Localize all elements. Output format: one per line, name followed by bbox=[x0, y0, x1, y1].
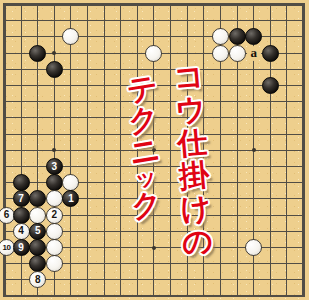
grid-line-vertical bbox=[286, 3, 287, 297]
stone-black-move-1[interactable]: 1 bbox=[62, 190, 79, 207]
stone-white[interactable] bbox=[212, 28, 229, 45]
stone-white[interactable] bbox=[62, 174, 79, 191]
marker-a[interactable]: a bbox=[247, 46, 261, 61]
stone-black[interactable] bbox=[46, 174, 63, 191]
stone-black[interactable] bbox=[229, 28, 246, 45]
stone-white[interactable] bbox=[229, 45, 246, 62]
grid-line-vertical bbox=[203, 3, 204, 297]
go-diagram: 37162451098a コウ仕掛けの テクニック bbox=[0, 0, 309, 300]
go-board[interactable]: 37162451098a bbox=[0, 0, 309, 300]
stone-black[interactable] bbox=[245, 28, 262, 45]
stone-black[interactable] bbox=[262, 45, 279, 62]
stone-white-move-4[interactable]: 4 bbox=[13, 223, 30, 240]
stone-white[interactable] bbox=[29, 207, 46, 224]
stone-black-move-3[interactable]: 3 bbox=[46, 158, 63, 175]
star-point bbox=[52, 148, 56, 152]
stone-white-move-2[interactable]: 2 bbox=[46, 207, 63, 224]
stone-white[interactable] bbox=[212, 45, 229, 62]
star-point bbox=[152, 246, 156, 250]
grid-line-vertical bbox=[170, 3, 171, 297]
stone-white[interactable] bbox=[145, 45, 162, 62]
star-point bbox=[52, 51, 56, 55]
stone-black[interactable] bbox=[29, 239, 46, 256]
stone-black[interactable] bbox=[29, 190, 46, 207]
grid-line-horizontal bbox=[3, 295, 304, 298]
stone-black[interactable] bbox=[46, 61, 63, 78]
stone-white[interactable] bbox=[62, 28, 79, 45]
stone-white[interactable] bbox=[46, 190, 63, 207]
stone-white[interactable] bbox=[245, 239, 262, 256]
stone-white[interactable] bbox=[46, 223, 63, 240]
stone-black-move-9[interactable]: 9 bbox=[13, 239, 30, 256]
grid-line-horizontal bbox=[3, 279, 304, 280]
stone-black[interactable] bbox=[29, 45, 46, 62]
stone-black[interactable] bbox=[13, 174, 30, 191]
stone-black[interactable] bbox=[13, 207, 30, 224]
stone-white-move-8[interactable]: 8 bbox=[29, 271, 46, 288]
stone-black[interactable] bbox=[262, 77, 279, 94]
stone-black[interactable] bbox=[29, 255, 46, 272]
stone-black-move-5[interactable]: 5 bbox=[29, 223, 46, 240]
grid-line-vertical bbox=[302, 3, 305, 297]
star-point bbox=[152, 148, 156, 152]
stone-white[interactable] bbox=[46, 239, 63, 256]
star-point bbox=[252, 148, 256, 152]
grid-line-vertical bbox=[187, 3, 188, 297]
stone-white[interactable] bbox=[46, 255, 63, 272]
stone-black-move-7[interactable]: 7 bbox=[13, 190, 30, 207]
